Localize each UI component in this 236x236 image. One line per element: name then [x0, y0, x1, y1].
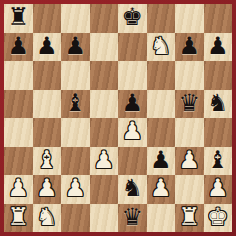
white-pawn-h2[interactable]: ♟	[207, 176, 229, 200]
square-d8[interactable]	[90, 4, 119, 33]
square-e5[interactable]: ♟	[118, 90, 147, 119]
square-e2[interactable]: ♞	[118, 175, 147, 204]
square-b6[interactable]	[33, 61, 62, 90]
white-king-h1[interactable]: ♚	[207, 205, 229, 229]
square-b5[interactable]	[33, 90, 62, 119]
square-e4[interactable]: ♟	[118, 118, 147, 147]
black-pawn-e5[interactable]: ♟	[121, 91, 143, 115]
square-g7[interactable]: ♟	[175, 33, 204, 62]
square-b8[interactable]	[33, 4, 62, 33]
white-pawn-a2[interactable]: ♟	[7, 176, 29, 200]
white-bishop-b3[interactable]: ♝	[36, 148, 58, 172]
square-a6[interactable]	[4, 61, 33, 90]
square-h6[interactable]	[204, 61, 233, 90]
black-queen-g5[interactable]: ♛	[178, 91, 200, 115]
square-f1[interactable]	[147, 204, 176, 233]
white-knight-f7[interactable]: ♞	[150, 34, 172, 58]
square-d6[interactable]	[90, 61, 119, 90]
square-c5[interactable]: ♝	[61, 90, 90, 119]
square-b4[interactable]	[33, 118, 62, 147]
black-king-e8[interactable]: ♚	[121, 5, 143, 29]
square-h2[interactable]: ♟	[204, 175, 233, 204]
square-e8[interactable]: ♚	[118, 4, 147, 33]
square-h1[interactable]: ♚	[204, 204, 233, 233]
black-bishop-h3[interactable]: ♝	[207, 148, 229, 172]
square-f7[interactable]: ♞	[147, 33, 176, 62]
square-e1[interactable]: ♛	[118, 204, 147, 233]
square-a3[interactable]	[4, 147, 33, 176]
square-e7[interactable]	[118, 33, 147, 62]
square-h8[interactable]	[204, 4, 233, 33]
square-f4[interactable]	[147, 118, 176, 147]
black-pawn-b7[interactable]: ♟	[36, 34, 58, 58]
square-b1[interactable]: ♞	[33, 204, 62, 233]
square-g4[interactable]	[175, 118, 204, 147]
white-rook-a1[interactable]: ♜	[7, 205, 29, 229]
chess-board-frame: ♜♚♟♟♟♞♟♟♝♟♛♞♟♝♟♟♟♝♟♟♟♞♟♟♜♞♛♜♚	[0, 0, 236, 236]
square-f6[interactable]	[147, 61, 176, 90]
square-c6[interactable]	[61, 61, 90, 90]
black-knight-h5[interactable]: ♞	[207, 91, 229, 115]
white-pawn-c2[interactable]: ♟	[64, 176, 86, 200]
square-g8[interactable]	[175, 4, 204, 33]
square-g3[interactable]: ♟	[175, 147, 204, 176]
black-pawn-a7[interactable]: ♟	[7, 34, 29, 58]
black-pawn-f3[interactable]: ♟	[150, 148, 172, 172]
square-h4[interactable]	[204, 118, 233, 147]
square-b2[interactable]: ♟	[33, 175, 62, 204]
square-d2[interactable]	[90, 175, 119, 204]
square-a8[interactable]: ♜	[4, 4, 33, 33]
white-rook-g1[interactable]: ♜	[178, 205, 200, 229]
square-a2[interactable]: ♟	[4, 175, 33, 204]
square-a5[interactable]	[4, 90, 33, 119]
square-f5[interactable]	[147, 90, 176, 119]
square-d1[interactable]	[90, 204, 119, 233]
white-pawn-d3[interactable]: ♟	[93, 148, 115, 172]
square-d4[interactable]	[90, 118, 119, 147]
white-pawn-g3[interactable]: ♟	[178, 148, 200, 172]
square-g1[interactable]: ♜	[175, 204, 204, 233]
black-pawn-g7[interactable]: ♟	[178, 34, 200, 58]
square-b7[interactable]: ♟	[33, 33, 62, 62]
square-b3[interactable]: ♝	[33, 147, 62, 176]
square-g6[interactable]	[175, 61, 204, 90]
chess-board: ♜♚♟♟♟♞♟♟♝♟♛♞♟♝♟♟♟♝♟♟♟♞♟♟♜♞♛♜♚	[4, 4, 232, 232]
white-pawn-e4[interactable]: ♟	[121, 119, 143, 143]
black-knight-e2[interactable]: ♞	[121, 176, 143, 200]
square-a1[interactable]: ♜	[4, 204, 33, 233]
black-queen-e1[interactable]: ♛	[121, 205, 143, 229]
square-g5[interactable]: ♛	[175, 90, 204, 119]
square-h3[interactable]: ♝	[204, 147, 233, 176]
square-e3[interactable]	[118, 147, 147, 176]
square-h5[interactable]: ♞	[204, 90, 233, 119]
white-knight-b1[interactable]: ♞	[36, 205, 58, 229]
square-d5[interactable]	[90, 90, 119, 119]
square-a4[interactable]	[4, 118, 33, 147]
white-pawn-b2[interactable]: ♟	[36, 176, 58, 200]
square-a7[interactable]: ♟	[4, 33, 33, 62]
square-d7[interactable]	[90, 33, 119, 62]
square-c1[interactable]	[61, 204, 90, 233]
black-bishop-c5[interactable]: ♝	[64, 91, 86, 115]
white-pawn-f2[interactable]: ♟	[150, 176, 172, 200]
square-d3[interactable]: ♟	[90, 147, 119, 176]
square-c8[interactable]	[61, 4, 90, 33]
square-h7[interactable]: ♟	[204, 33, 233, 62]
square-f2[interactable]: ♟	[147, 175, 176, 204]
black-pawn-h7[interactable]: ♟	[207, 34, 229, 58]
square-c2[interactable]: ♟	[61, 175, 90, 204]
square-f8[interactable]	[147, 4, 176, 33]
square-g2[interactable]	[175, 175, 204, 204]
square-c7[interactable]: ♟	[61, 33, 90, 62]
square-f3[interactable]: ♟	[147, 147, 176, 176]
square-c3[interactable]	[61, 147, 90, 176]
black-rook-a8[interactable]: ♜	[7, 5, 29, 29]
black-pawn-c7[interactable]: ♟	[64, 34, 86, 58]
square-c4[interactable]	[61, 118, 90, 147]
square-e6[interactable]	[118, 61, 147, 90]
